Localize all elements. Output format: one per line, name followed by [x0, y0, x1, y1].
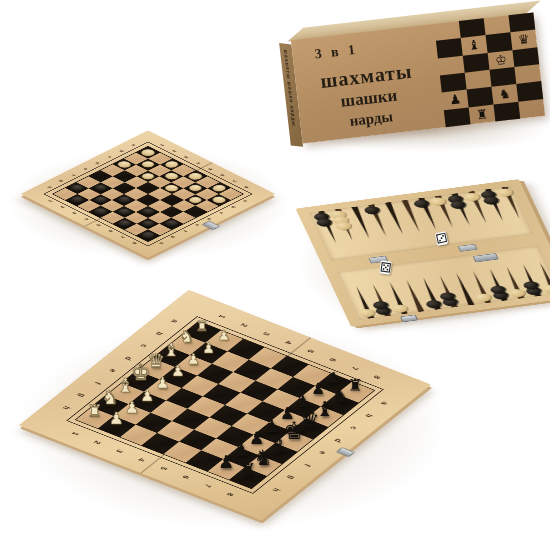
coordinate-label: 2: [91, 439, 101, 444]
coordinate-label: b: [363, 412, 374, 417]
coordinate-label: c: [138, 343, 148, 348]
coordinate-label: f: [92, 380, 101, 384]
coordinate-label: 8: [131, 241, 138, 244]
backgammon-checker-dark: [363, 205, 381, 215]
coordinate-label: 2: [171, 149, 178, 152]
hinge: [458, 244, 478, 252]
coordinate-label: 6: [107, 229, 114, 232]
coordinate-label: 5: [304, 348, 314, 353]
box-print-square: ♜: [469, 104, 496, 124]
coordinate-label: e: [107, 368, 117, 373]
coordinate-label: c: [219, 211, 226, 214]
coordinate-label: g: [286, 474, 297, 479]
backgammon-checker-light: [541, 284, 550, 294]
box-print-♛: ♛: [517, 32, 530, 48]
coordinate-label: 1: [158, 143, 165, 146]
coordinate-label: 8: [371, 374, 381, 379]
die: ⚄: [379, 260, 392, 274]
coordinate-label: 3: [183, 155, 190, 158]
coordinate-label: 3: [260, 331, 270, 336]
box-print-square: [444, 107, 471, 127]
product-photo-stage: шахматы шашки нарды 3 в 1 шахматы шашки …: [0, 0, 550, 550]
coordinate-label: b: [119, 149, 126, 152]
coordinate-label: d: [95, 161, 102, 164]
coordinate-label: h: [270, 487, 281, 492]
coordinate-label: c: [107, 155, 114, 158]
coordinate-label: 4: [135, 457, 145, 462]
coordinate-label: 3: [113, 448, 123, 453]
coordinate-label: h: [61, 405, 72, 410]
coordinate-label: g: [59, 179, 66, 182]
coordinate-label: a: [379, 400, 389, 405]
coordinate-label: 2: [59, 205, 66, 208]
coordinate-label: g: [170, 235, 177, 238]
coordinate-label: a: [169, 318, 179, 323]
coordinate-label: d: [123, 355, 134, 360]
checker-dark: [139, 231, 157, 240]
coordinate-label: 7: [349, 365, 359, 370]
backgammon-checker-dark: [315, 218, 333, 228]
coordinate-label: 7: [119, 235, 126, 238]
box-print-♔: ♔: [494, 52, 507, 68]
box-chessboard-print: ♝♛♔♟♞♜: [434, 13, 545, 128]
coordinate-label: 6: [219, 173, 226, 176]
coordinate-label: b: [154, 330, 165, 335]
box-title: шахматы шашки нарды: [295, 57, 443, 136]
coordinate-label: 6: [180, 474, 190, 479]
coordinate-label: 5: [158, 465, 168, 470]
box-print-♜: ♜: [475, 106, 488, 122]
coordinate-label: 4: [282, 339, 292, 344]
box-print-♝: ♝: [468, 37, 481, 53]
box-badge: 3 в 1: [314, 42, 359, 63]
coordinate-label: 8: [224, 491, 234, 496]
coordinate-label: 7: [202, 483, 212, 488]
coordinate-label: h: [47, 185, 54, 188]
coordinate-label: 4: [195, 161, 202, 164]
coordinate-label: e: [195, 223, 202, 226]
backgammon-checker-light: [335, 221, 353, 231]
coordinate-label: b: [230, 205, 237, 208]
backgammon-checker-dark: [413, 199, 431, 209]
coordinate-label: e: [83, 167, 90, 170]
coordinate-label: 5: [95, 223, 102, 226]
coordinate-label: d: [332, 437, 343, 442]
coordinate-label: 7: [231, 179, 238, 182]
coordinate-label: 5: [207, 167, 214, 170]
coordinate-label: g: [76, 392, 87, 397]
coordinate-label: h: [158, 241, 165, 244]
coordinate-label: e: [317, 450, 327, 455]
coordinate-label: 2: [238, 322, 248, 327]
board-grid: [75, 321, 376, 489]
coordinate-label: 1: [69, 431, 79, 436]
coordinate-label: 3: [71, 211, 78, 214]
box-print-♟: ♟: [449, 92, 462, 108]
backgammon-point: [383, 202, 407, 235]
coordinate-label: a: [243, 199, 250, 202]
coordinate-label: c: [348, 425, 358, 430]
coordinate-label: 4: [83, 217, 90, 220]
coordinate-label: f: [302, 462, 311, 466]
coordinate-label: 1: [216, 313, 226, 318]
coordinate-label: a: [131, 143, 138, 146]
backgammon-checker-light: [496, 188, 514, 198]
coordinate-label: f: [183, 230, 189, 233]
coordinate-label: f: [71, 174, 77, 177]
backgammon-checker-light: [429, 197, 447, 207]
box-print-♞: ♞: [498, 86, 511, 102]
box-print-square: [493, 101, 520, 121]
backgammon-checker-dark: [482, 196, 500, 206]
box-print-square: [518, 99, 545, 119]
backgammon-checker-dark: [449, 200, 467, 210]
backgammon-checker-light: [463, 192, 481, 202]
coordinate-label: 1: [47, 199, 54, 202]
coordinate-label: 8: [243, 185, 250, 188]
coordinate-label: 6: [326, 357, 336, 362]
